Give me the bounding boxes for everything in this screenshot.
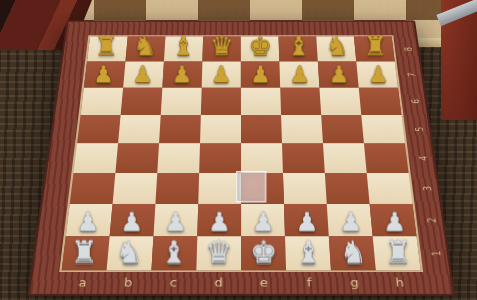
- square-a3[interactable]: [70, 173, 116, 204]
- piece-white-bishop[interactable]: ♝: [151, 237, 196, 270]
- square-h5[interactable]: [361, 115, 405, 143]
- piece-black-king[interactable]: ♚: [241, 33, 279, 61]
- square-e3[interactable]: [241, 173, 284, 204]
- chess-photo-scene: ♜♞♝♛♚♝♞♜♟♟♟♟♟♟♟♟♟♟♟♟♟♟♟♟♜♞♝♛♚♝♞♜ abcdefg…: [0, 0, 477, 300]
- chess-board-frame: ♜♞♝♛♚♝♞♜♟♟♟♟♟♟♟♟♟♟♟♟♟♟♟♟♜♞♝♛♚♝♞♜ abcdefg…: [27, 20, 455, 295]
- piece-white-pawn[interactable]: ♟: [285, 208, 329, 236]
- square-c4[interactable]: [157, 143, 200, 173]
- square-d8[interactable]: ♛: [202, 37, 240, 62]
- square-h7[interactable]: ♟: [356, 62, 398, 88]
- piece-black-knight[interactable]: ♞: [126, 33, 164, 61]
- square-a2[interactable]: ♟: [66, 204, 113, 236]
- piece-white-rook[interactable]: ♜: [376, 237, 421, 270]
- piece-black-pawn[interactable]: ♟: [162, 62, 201, 87]
- piece-white-pawn[interactable]: ♟: [329, 208, 373, 236]
- square-c2[interactable]: ♟: [153, 204, 198, 236]
- square-a4[interactable]: [73, 143, 118, 173]
- rank-label-2: 2: [424, 204, 440, 236]
- frosted-translucent-cube: [236, 171, 266, 202]
- square-e4[interactable]: [241, 143, 283, 173]
- square-f2[interactable]: ♟: [284, 204, 329, 236]
- file-label-c: c: [150, 277, 196, 290]
- square-a8[interactable]: ♜: [87, 37, 128, 62]
- square-g8[interactable]: ♞: [316, 37, 356, 62]
- square-h8[interactable]: ♜: [354, 37, 395, 62]
- square-b6[interactable]: [121, 88, 163, 115]
- rank-label-6: 6: [409, 88, 423, 115]
- square-a6[interactable]: [81, 88, 124, 115]
- square-h2[interactable]: ♟: [370, 204, 417, 236]
- square-b5[interactable]: [118, 115, 161, 143]
- square-c7[interactable]: ♟: [162, 62, 202, 88]
- square-g7[interactable]: ♟: [318, 62, 359, 88]
- square-g6[interactable]: [319, 88, 361, 115]
- board-grid: ♜♞♝♛♚♝♞♜♟♟♟♟♟♟♟♟♟♟♟♟♟♟♟♟♜♞♝♛♚♝♞♜: [62, 37, 421, 271]
- rank-label-1: 1: [428, 236, 445, 270]
- square-d6[interactable]: [201, 88, 241, 115]
- square-b3[interactable]: [113, 173, 158, 204]
- square-e6[interactable]: [241, 88, 281, 115]
- square-e1[interactable]: ♚: [241, 236, 286, 270]
- rank-label-7: 7: [405, 62, 419, 88]
- square-f5[interactable]: [281, 115, 323, 143]
- piece-black-pawn[interactable]: ♟: [84, 62, 123, 87]
- square-a7[interactable]: ♟: [84, 62, 126, 88]
- file-label-b: b: [105, 277, 151, 290]
- file-label-h: h: [376, 277, 423, 290]
- square-h3[interactable]: [367, 173, 413, 204]
- file-label-g: g: [331, 277, 377, 290]
- file-label-a: a: [59, 277, 106, 290]
- square-d7[interactable]: ♟: [202, 62, 241, 88]
- square-d2[interactable]: ♟: [197, 204, 241, 236]
- square-d3[interactable]: [198, 173, 241, 204]
- square-b8[interactable]: ♞: [125, 37, 165, 62]
- piece-black-rook[interactable]: ♜: [87, 33, 125, 61]
- rank-label-5: 5: [412, 115, 427, 143]
- square-a5[interactable]: [77, 115, 121, 143]
- piece-black-pawn[interactable]: ♟: [359, 62, 398, 87]
- square-e7[interactable]: ♟: [241, 62, 280, 88]
- piece-black-pawn[interactable]: ♟: [319, 62, 358, 87]
- piece-black-pawn[interactable]: ♟: [280, 62, 319, 87]
- piece-white-pawn[interactable]: ♟: [110, 208, 154, 236]
- square-f7[interactable]: ♟: [279, 62, 319, 88]
- square-h1[interactable]: ♜: [373, 236, 421, 270]
- piece-black-knight[interactable]: ♞: [318, 33, 356, 61]
- file-label-e: e: [241, 277, 286, 290]
- piece-black-queen[interactable]: ♛: [202, 33, 240, 61]
- piece-white-knight[interactable]: ♞: [331, 237, 376, 270]
- square-b4[interactable]: [115, 143, 159, 173]
- piece-white-pawn[interactable]: ♟: [373, 208, 417, 236]
- square-c5[interactable]: [159, 115, 201, 143]
- piece-black-bishop[interactable]: ♝: [164, 33, 202, 61]
- square-c8[interactable]: ♝: [164, 37, 203, 62]
- square-f3[interactable]: [283, 173, 327, 204]
- piece-white-queen[interactable]: ♛: [196, 237, 241, 270]
- square-g5[interactable]: [321, 115, 364, 143]
- piece-black-pawn[interactable]: ♟: [202, 62, 241, 87]
- square-f1[interactable]: ♝: [285, 236, 331, 270]
- rank-label-4: 4: [416, 143, 431, 173]
- piece-white-knight[interactable]: ♞: [107, 237, 152, 270]
- square-d5[interactable]: [200, 115, 241, 143]
- piece-white-king[interactable]: ♚: [241, 237, 286, 270]
- square-d1[interactable]: ♛: [196, 236, 241, 270]
- square-b2[interactable]: ♟: [110, 204, 156, 236]
- square-f8[interactable]: ♝: [279, 37, 318, 62]
- square-g3[interactable]: [325, 173, 370, 204]
- square-c3[interactable]: [155, 173, 199, 204]
- piece-black-rook[interactable]: ♜: [356, 33, 394, 61]
- piece-white-pawn[interactable]: ♟: [66, 208, 110, 236]
- square-f4[interactable]: [282, 143, 325, 173]
- square-g2[interactable]: ♟: [327, 204, 373, 236]
- file-labels: abcdefgh: [59, 277, 423, 290]
- square-h4[interactable]: [364, 143, 409, 173]
- rank-label-3: 3: [420, 173, 436, 204]
- square-e8[interactable]: ♚: [241, 37, 280, 62]
- piece-black-pawn[interactable]: ♟: [241, 62, 280, 87]
- file-label-d: d: [196, 277, 241, 290]
- piece-white-pawn[interactable]: ♟: [241, 208, 285, 236]
- square-e2[interactable]: ♟: [241, 204, 285, 236]
- rank-label-8: 8: [402, 37, 416, 62]
- piece-white-rook[interactable]: ♜: [62, 237, 107, 270]
- square-f6[interactable]: [280, 88, 321, 115]
- square-c6[interactable]: [161, 88, 202, 115]
- piece-black-bishop[interactable]: ♝: [279, 33, 317, 61]
- piece-black-pawn[interactable]: ♟: [123, 62, 162, 87]
- square-h6[interactable]: [359, 88, 402, 115]
- background-furniture-right: [441, 0, 477, 120]
- square-e5[interactable]: [241, 115, 282, 143]
- square-b1[interactable]: ♞: [107, 236, 154, 270]
- square-d4[interactable]: [199, 143, 241, 173]
- square-b7[interactable]: ♟: [123, 62, 164, 88]
- piece-white-pawn[interactable]: ♟: [154, 208, 198, 236]
- piece-white-bishop[interactable]: ♝: [286, 237, 331, 270]
- piece-white-pawn[interactable]: ♟: [197, 208, 241, 236]
- square-c1[interactable]: ♝: [151, 236, 197, 270]
- file-label-f: f: [286, 277, 332, 290]
- square-a1[interactable]: ♜: [62, 236, 110, 270]
- square-g4[interactable]: [323, 143, 367, 173]
- square-g1[interactable]: ♞: [329, 236, 376, 270]
